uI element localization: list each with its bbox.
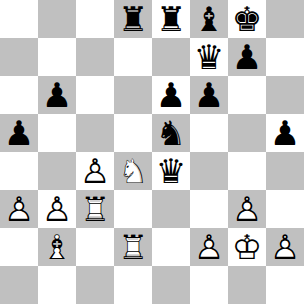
square-f1[interactable] xyxy=(190,266,228,304)
white-rook-outline: ♖ xyxy=(76,190,114,228)
square-b1[interactable] xyxy=(38,266,76,304)
square-e4[interactable]: ♛ xyxy=(152,152,190,190)
white-pawn-f2[interactable]: ♟♙ xyxy=(190,228,228,266)
white-pawn-outline: ♙ xyxy=(76,152,114,190)
black-pawn-a5[interactable]: ♟ xyxy=(0,114,38,152)
black-pawn-glyph: ♟ xyxy=(152,76,190,114)
square-h2[interactable]: ♟♙ xyxy=(266,228,304,266)
white-king-g2[interactable]: ♚♔ xyxy=(228,228,266,266)
square-c2[interactable] xyxy=(76,228,114,266)
white-rook-d2[interactable]: ♜♖ xyxy=(114,228,152,266)
black-pawn-g7[interactable]: ♟ xyxy=(228,38,266,76)
square-e2[interactable] xyxy=(152,228,190,266)
square-d5[interactable] xyxy=(114,114,152,152)
white-pawn-h2[interactable]: ♟♙ xyxy=(266,228,304,266)
white-pawn-outline: ♙ xyxy=(190,228,228,266)
square-f2[interactable]: ♟♙ xyxy=(190,228,228,266)
white-bishop-b2[interactable]: ♝♗ xyxy=(38,228,76,266)
square-h4[interactable] xyxy=(266,152,304,190)
black-queen-e4[interactable]: ♛ xyxy=(152,152,190,190)
square-e6[interactable]: ♟ xyxy=(152,76,190,114)
black-pawn-glyph: ♟ xyxy=(190,76,228,114)
square-f3[interactable] xyxy=(190,190,228,228)
square-h8[interactable] xyxy=(266,0,304,38)
black-queen-glyph: ♛ xyxy=(152,152,190,190)
black-pawn-b6[interactable]: ♟ xyxy=(38,76,76,114)
square-g3[interactable]: ♟♙ xyxy=(228,190,266,228)
square-b7[interactable] xyxy=(38,38,76,76)
black-knight-e5[interactable]: ♞ xyxy=(152,114,190,152)
square-d6[interactable] xyxy=(114,76,152,114)
square-f8[interactable]: ♝ xyxy=(190,0,228,38)
black-pawn-glyph: ♟ xyxy=(228,38,266,76)
white-knight-outline: ♘ xyxy=(114,152,152,190)
square-h3[interactable] xyxy=(266,190,304,228)
square-a1[interactable] xyxy=(0,266,38,304)
black-rook-glyph: ♜ xyxy=(114,0,152,38)
square-f7[interactable]: ♛ xyxy=(190,38,228,76)
black-king-glyph: ♚ xyxy=(228,0,266,38)
black-rook-glyph: ♜ xyxy=(152,0,190,38)
white-rook-outline: ♖ xyxy=(114,228,152,266)
square-b5[interactable] xyxy=(38,114,76,152)
square-g7[interactable]: ♟ xyxy=(228,38,266,76)
white-pawn-outline: ♙ xyxy=(38,190,76,228)
white-pawn-outline: ♙ xyxy=(266,228,304,266)
square-a3[interactable]: ♟♙ xyxy=(0,190,38,228)
square-h7[interactable] xyxy=(266,38,304,76)
black-pawn-glyph: ♟ xyxy=(38,76,76,114)
white-knight-d4[interactable]: ♞♘ xyxy=(114,152,152,190)
square-g5[interactable] xyxy=(228,114,266,152)
black-pawn-h5[interactable]: ♟ xyxy=(266,114,304,152)
square-a8[interactable] xyxy=(0,0,38,38)
square-a7[interactable] xyxy=(0,38,38,76)
square-a4[interactable] xyxy=(0,152,38,190)
black-bishop-f8[interactable]: ♝ xyxy=(190,0,228,38)
square-g8[interactable]: ♚ xyxy=(228,0,266,38)
square-c5[interactable] xyxy=(76,114,114,152)
white-pawn-a3[interactable]: ♟♙ xyxy=(0,190,38,228)
black-bishop-glyph: ♝ xyxy=(190,0,228,38)
square-c8[interactable] xyxy=(76,0,114,38)
square-b3[interactable]: ♟♙ xyxy=(38,190,76,228)
black-queen-f7[interactable]: ♛ xyxy=(190,38,228,76)
white-king-outline: ♔ xyxy=(228,228,266,266)
square-f4[interactable] xyxy=(190,152,228,190)
square-c6[interactable] xyxy=(76,76,114,114)
square-e3[interactable] xyxy=(152,190,190,228)
square-h1[interactable] xyxy=(266,266,304,304)
white-pawn-g3[interactable]: ♟♙ xyxy=(228,190,266,228)
square-b4[interactable] xyxy=(38,152,76,190)
black-pawn-glyph: ♟ xyxy=(266,114,304,152)
square-e5[interactable]: ♞ xyxy=(152,114,190,152)
square-g1[interactable] xyxy=(228,266,266,304)
black-king-g8[interactable]: ♚ xyxy=(228,0,266,38)
black-knight-glyph: ♞ xyxy=(152,114,190,152)
square-a6[interactable] xyxy=(0,76,38,114)
square-g2[interactable]: ♚♔ xyxy=(228,228,266,266)
square-c3[interactable]: ♜♖ xyxy=(76,190,114,228)
white-pawn-c4[interactable]: ♟♙ xyxy=(76,152,114,190)
black-rook-d8[interactable]: ♜ xyxy=(114,0,152,38)
black-queen-glyph: ♛ xyxy=(190,38,228,76)
black-pawn-e6[interactable]: ♟ xyxy=(152,76,190,114)
square-f6[interactable]: ♟ xyxy=(190,76,228,114)
white-bishop-outline: ♗ xyxy=(38,228,76,266)
square-e1[interactable] xyxy=(152,266,190,304)
black-pawn-glyph: ♟ xyxy=(0,114,38,152)
black-rook-e8[interactable]: ♜ xyxy=(152,0,190,38)
white-rook-c3[interactable]: ♜♖ xyxy=(76,190,114,228)
square-d4[interactable]: ♞♘ xyxy=(114,152,152,190)
square-h5[interactable]: ♟ xyxy=(266,114,304,152)
black-pawn-f6[interactable]: ♟ xyxy=(190,76,228,114)
white-pawn-b3[interactable]: ♟♙ xyxy=(38,190,76,228)
square-d1[interactable] xyxy=(114,266,152,304)
square-g6[interactable] xyxy=(228,76,266,114)
square-d8[interactable]: ♜ xyxy=(114,0,152,38)
square-c4[interactable]: ♟♙ xyxy=(76,152,114,190)
square-b8[interactable] xyxy=(38,0,76,38)
square-f5[interactable] xyxy=(190,114,228,152)
square-e7[interactable] xyxy=(152,38,190,76)
white-pawn-outline: ♙ xyxy=(228,190,266,228)
square-c7[interactable] xyxy=(76,38,114,76)
square-e8[interactable]: ♜ xyxy=(152,0,190,38)
square-d7[interactable] xyxy=(114,38,152,76)
square-d2[interactable]: ♜♖ xyxy=(114,228,152,266)
square-a5[interactable]: ♟ xyxy=(0,114,38,152)
square-b6[interactable]: ♟ xyxy=(38,76,76,114)
white-pawn-outline: ♙ xyxy=(0,190,38,228)
square-h6[interactable] xyxy=(266,76,304,114)
square-d3[interactable] xyxy=(114,190,152,228)
chess-board: ♜♜♝♚♛♟♟♟♟♟♞♟♟♙♞♘♛♟♙♟♙♜♖♟♙♝♗♜♖♟♙♚♔♟♙ xyxy=(0,0,304,304)
square-g4[interactable] xyxy=(228,152,266,190)
square-c1[interactable] xyxy=(76,266,114,304)
square-a2[interactable] xyxy=(0,228,38,266)
square-b2[interactable]: ♝♗ xyxy=(38,228,76,266)
